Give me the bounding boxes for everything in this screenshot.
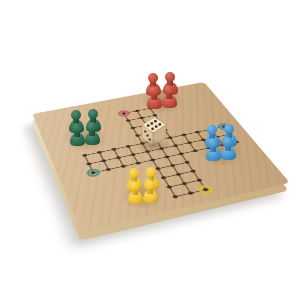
peg-head xyxy=(164,85,174,95)
peg-head xyxy=(87,122,97,132)
peg-head xyxy=(224,124,234,134)
die-pip-top xyxy=(147,124,150,127)
peg-head xyxy=(88,109,98,119)
peg-head xyxy=(148,73,158,83)
die-pip-top xyxy=(154,120,157,123)
die-pip-front xyxy=(144,130,147,133)
peg-head xyxy=(71,110,81,120)
die-shadow xyxy=(133,138,173,153)
peg-red[interactable] xyxy=(161,85,178,108)
peg-head xyxy=(165,72,175,82)
die-pip-top xyxy=(150,122,153,125)
die-pip-front xyxy=(146,134,149,137)
product-photo-scene xyxy=(0,0,300,300)
die[interactable] xyxy=(136,112,170,152)
peg-head xyxy=(207,125,217,135)
die-pip-top xyxy=(158,123,161,126)
peg-head xyxy=(208,138,218,148)
pieces-layer xyxy=(0,0,300,300)
peg-green[interactable] xyxy=(84,122,101,145)
peg-head xyxy=(145,180,155,190)
peg-head xyxy=(129,168,139,178)
die-pip-top xyxy=(155,125,158,128)
peg-head xyxy=(223,137,233,147)
peg-head xyxy=(130,181,140,191)
die-pip-top xyxy=(151,127,154,130)
peg-yellow[interactable] xyxy=(142,180,159,203)
peg-head xyxy=(72,123,82,133)
peg-blue[interactable] xyxy=(220,137,237,160)
peg-head xyxy=(146,167,156,177)
peg-head xyxy=(149,86,159,96)
